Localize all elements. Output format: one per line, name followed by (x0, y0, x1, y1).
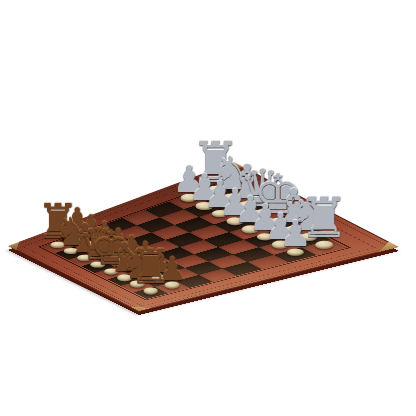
chess-set-photo-scene: ♜♞♝♛♚♝♞♜♟♟♟♟♟♟♟♟♟♟♟♟♟♟♟♟♜♞♝♛♚♝♞♜ (0, 0, 416, 416)
board-face (8, 162, 399, 311)
